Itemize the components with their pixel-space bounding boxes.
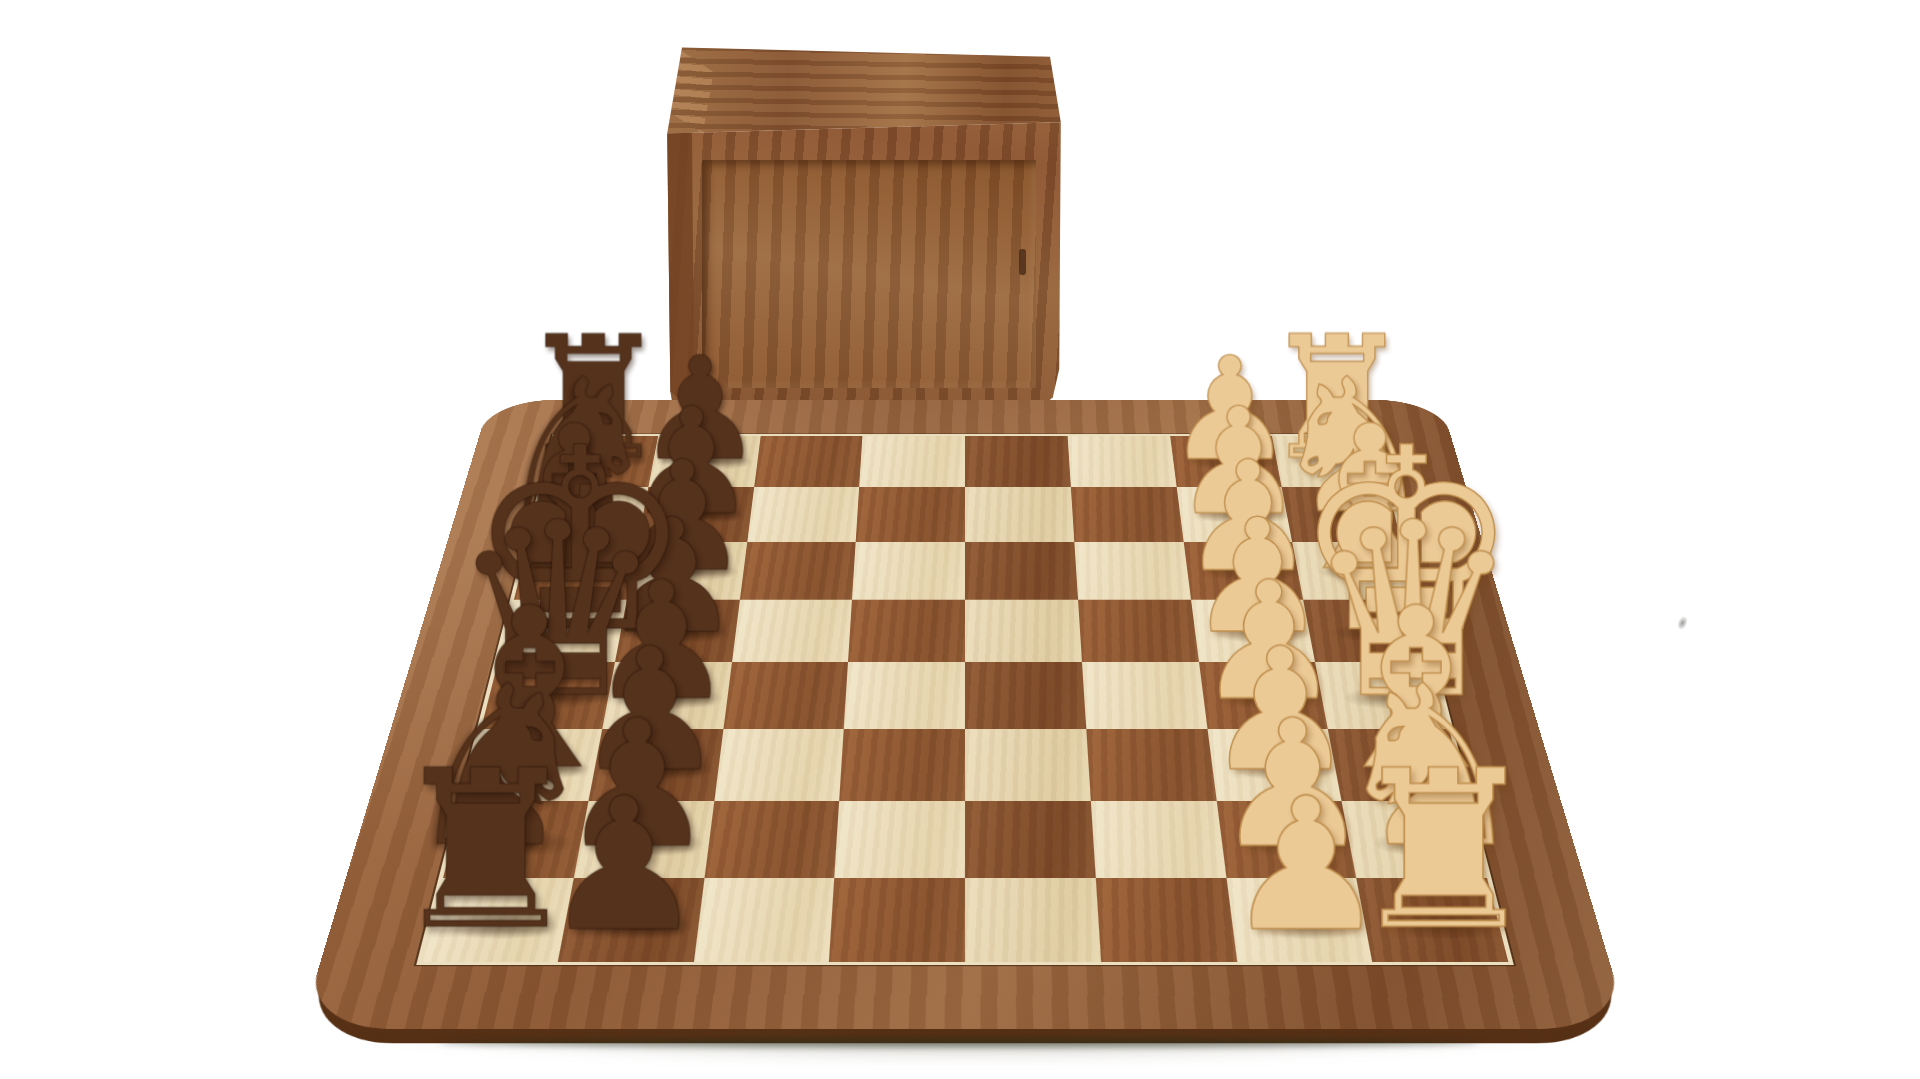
- square-h3[interactable]: [1067, 436, 1176, 487]
- square-e6[interactable]: [732, 600, 853, 662]
- square-g5[interactable]: [856, 487, 965, 541]
- square-f5[interactable]: [852, 542, 965, 600]
- product-photo: ♜♞♝♛♚♝♞♜♟♟♟♟♟♟♟♟♟♟♟♟♟♟♟♟♜♞♝♛♚♝♞♜: [0, 0, 1920, 1079]
- rook-glyph: ♜: [1345, 742, 1543, 961]
- square-g3[interactable]: [1071, 487, 1184, 541]
- square-g6[interactable]: [747, 487, 860, 541]
- piece-white-rook-a1[interactable]: ♜: [1345, 742, 1543, 961]
- square-f6[interactable]: [739, 542, 855, 600]
- box-lid-notch: [1019, 249, 1026, 275]
- dust-speck: [1675, 615, 1689, 631]
- square-f3[interactable]: [1074, 542, 1190, 600]
- square-h6[interactable]: [754, 436, 863, 487]
- piece-black-rook-a8[interactable]: ♜: [387, 742, 585, 961]
- rook-glyph: ♜: [387, 742, 585, 961]
- square-f4[interactable]: [965, 542, 1078, 600]
- square-g4[interactable]: [965, 487, 1074, 541]
- square-g2[interactable]: [1176, 487, 1292, 541]
- square-h4[interactable]: [965, 436, 1071, 487]
- square-h2[interactable]: [1170, 436, 1282, 487]
- square-h5[interactable]: [859, 436, 965, 487]
- chessboard: ♜♞♝♛♚♝♞♜♟♟♟♟♟♟♟♟♟♟♟♟♟♟♟♟♜♞♝♛♚♝♞♜: [300, 400, 1630, 1029]
- board-contact-shadow: [440, 1038, 1480, 1047]
- chessboard-surface: ♜♞♝♛♚♝♞♜♟♟♟♟♟♟♟♟♟♟♟♟♟♟♟♟♜♞♝♛♚♝♞♜: [300, 400, 1630, 1029]
- square-e4[interactable]: [965, 600, 1082, 662]
- square-e5[interactable]: [848, 600, 965, 662]
